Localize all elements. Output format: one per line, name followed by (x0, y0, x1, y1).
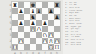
black-move[interactable]: Bc8 (77, 44, 81, 46)
chess-board[interactable]: ♜♚♜♟♝♝♟♞♟♟♟♟♝♟♞♟♟♟♝♟♜♚♜ (12, 2, 60, 50)
move-row-17[interactable]: 17. Nc5 Bc8 (65, 44, 95, 47)
chess-app-screen: 87654321 ♜♚♜♟♝♝♟♞♟♟♟♟♝♟♞♟♟♟♝♟♜♚♜ abcdefg… (0, 0, 96, 54)
rank-labels: 87654321 (8, 2, 12, 50)
chess-board-area: 87654321 ♜♚♜♟♝♝♟♞♟♟♟♟♝♟♞♟♟♟♝♟♜♚♜ abcdefg… (12, 2, 60, 50)
rank-label-1: 1 (8, 44, 12, 50)
file-labels: abcdefgh (12, 51, 60, 55)
move-list[interactable]: 1. d4 d52. c4 e63. Nc3 Nf64. cxd5 exd55.… (65, 2, 95, 47)
white-rook-piece: ♜ (54, 44, 60, 50)
file-label-h: h (54, 51, 60, 55)
board-square-h1[interactable]: ♜ (54, 44, 60, 50)
